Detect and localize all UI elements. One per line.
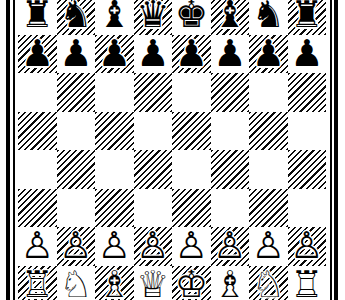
square-a8[interactable]: ♜ [18,0,57,35]
square-h2[interactable]: ♙ [288,227,327,266]
board-border-left-inner [13,0,15,300]
square-a2[interactable]: ♙ [18,227,57,266]
square-a7[interactable]: ♟ [18,35,57,74]
square-b3[interactable] [57,189,96,228]
piece-black-pawn[interactable]: ♟ [98,35,131,74]
piece-white-rook[interactable]: ♖ [290,266,323,300]
square-e5[interactable] [172,112,211,151]
piece-white-knight[interactable]: ♘ [59,266,92,300]
square-d4[interactable] [134,150,173,189]
square-h8[interactable]: ♜ [288,0,327,35]
piece-black-rook[interactable]: ♜ [290,0,323,35]
square-b6[interactable] [57,73,96,112]
piece-white-pawn[interactable]: ♙ [98,227,131,266]
square-h6[interactable] [288,73,327,112]
piece-black-pawn[interactable]: ♟ [175,35,208,74]
square-a3[interactable] [18,189,57,228]
piece-black-pawn[interactable]: ♟ [290,35,323,74]
square-f8[interactable]: ♝ [211,0,250,35]
square-e3[interactable] [172,189,211,228]
square-g7[interactable]: ♟ [249,35,288,74]
square-c7[interactable]: ♟ [95,35,134,74]
piece-white-pawn[interactable]: ♙ [252,227,285,266]
piece-black-knight[interactable]: ♞ [252,0,285,35]
square-d6[interactable] [134,73,173,112]
piece-white-bishop[interactable]: ♗ [98,266,131,300]
chess-diagram: ♜♞♝♛♚♝♞♜♟♟♟♟♟♟♟♟♙♙♙♙♙♙♙♙♖♘♗♕♔♗♘♖ [0,0,345,300]
piece-black-pawn[interactable]: ♟ [252,35,285,74]
board-border-right-outer [334,0,338,300]
square-h4[interactable] [288,150,327,189]
square-h1[interactable]: ♖ [288,266,327,300]
square-a6[interactable] [18,73,57,112]
square-g6[interactable] [249,73,288,112]
piece-black-king[interactable]: ♚ [175,0,208,35]
piece-white-king[interactable]: ♔ [175,266,208,300]
square-b8[interactable]: ♞ [57,0,96,35]
piece-white-pawn[interactable]: ♙ [175,227,208,266]
square-d2[interactable]: ♙ [134,227,173,266]
square-b1[interactable]: ♘ [57,266,96,300]
square-b5[interactable] [57,112,96,151]
square-c5[interactable] [95,112,134,151]
square-c6[interactable] [95,73,134,112]
square-g3[interactable] [249,189,288,228]
board-border-right-inner [330,0,332,300]
square-e8[interactable]: ♚ [172,0,211,35]
square-f1[interactable]: ♗ [211,266,250,300]
square-d5[interactable] [134,112,173,151]
square-d8[interactable]: ♛ [134,0,173,35]
piece-white-bishop[interactable]: ♗ [213,266,246,300]
square-f5[interactable] [211,112,250,151]
square-f2[interactable]: ♙ [211,227,250,266]
square-e2[interactable]: ♙ [172,227,211,266]
square-c2[interactable]: ♙ [95,227,134,266]
square-f6[interactable] [211,73,250,112]
square-d7[interactable]: ♟ [134,35,173,74]
square-c4[interactable] [95,150,134,189]
square-c1[interactable]: ♗ [95,266,134,300]
square-g1[interactable]: ♘ [249,266,288,300]
piece-white-pawn[interactable]: ♙ [290,227,323,266]
piece-black-pawn[interactable]: ♟ [213,35,246,74]
piece-black-queen[interactable]: ♛ [136,0,169,35]
piece-white-queen[interactable]: ♕ [136,266,169,300]
square-d1[interactable]: ♕ [134,266,173,300]
square-g8[interactable]: ♞ [249,0,288,35]
square-f7[interactable]: ♟ [211,35,250,74]
square-e4[interactable] [172,150,211,189]
piece-black-knight[interactable]: ♞ [59,0,92,35]
square-a5[interactable] [18,112,57,151]
square-f3[interactable] [211,189,250,228]
square-d3[interactable] [134,189,173,228]
square-b2[interactable]: ♙ [57,227,96,266]
piece-white-rook[interactable]: ♖ [21,266,54,300]
square-g5[interactable] [249,112,288,151]
board-border-left-outer [6,0,10,300]
piece-black-bishop[interactable]: ♝ [98,0,131,35]
square-e1[interactable]: ♔ [172,266,211,300]
piece-black-pawn[interactable]: ♟ [59,35,92,74]
chessboard: ♜♞♝♛♚♝♞♜♟♟♟♟♟♟♟♟♙♙♙♙♙♙♙♙♖♘♗♕♔♗♘♖ [18,0,326,300]
square-h5[interactable] [288,112,327,151]
piece-white-pawn[interactable]: ♙ [136,227,169,266]
square-e6[interactable] [172,73,211,112]
piece-black-rook[interactable]: ♜ [21,0,54,35]
piece-black-bishop[interactable]: ♝ [213,0,246,35]
piece-black-pawn[interactable]: ♟ [136,35,169,74]
square-h3[interactable] [288,189,327,228]
square-a1[interactable]: ♖ [18,266,57,300]
square-c3[interactable] [95,189,134,228]
square-g2[interactable]: ♙ [249,227,288,266]
piece-white-pawn[interactable]: ♙ [213,227,246,266]
piece-white-pawn[interactable]: ♙ [21,227,54,266]
square-g4[interactable] [249,150,288,189]
square-e7[interactable]: ♟ [172,35,211,74]
square-b7[interactable]: ♟ [57,35,96,74]
square-a4[interactable] [18,150,57,189]
square-f4[interactable] [211,150,250,189]
piece-black-pawn[interactable]: ♟ [21,35,54,74]
square-b4[interactable] [57,150,96,189]
piece-white-pawn[interactable]: ♙ [59,227,92,266]
square-h7[interactable]: ♟ [288,35,327,74]
square-c8[interactable]: ♝ [95,0,134,35]
piece-white-knight[interactable]: ♘ [252,266,285,300]
